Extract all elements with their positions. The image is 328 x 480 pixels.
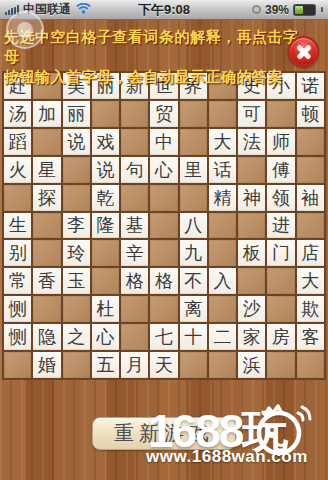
grid-cell-r2c3[interactable]: 丽 [63,101,90,127]
instruction-line-1: 先选中空白格子查看词条的解释，再点击字母 [4,27,304,67]
grid-cell-r10c11[interactable]: 客 [297,324,324,350]
grid-cell-r8c5[interactable]: 格 [121,268,148,294]
grid-cell-r2c1[interactable]: 汤 [4,101,31,127]
grid-cell-r2c11[interactable]: 顿 [297,101,324,127]
grid-cell-r6c3[interactable]: 李 [63,213,90,239]
panda-mascot-icon [252,399,312,465]
grid-cell-r4c11 [297,157,324,183]
grid-cell-r6c8 [209,213,236,239]
grid-cell-r10c10[interactable]: 房 [267,324,294,350]
grid-cell-r9c11[interactable]: 欺 [297,296,324,322]
grid-cell-r8c9 [238,268,265,294]
grid-cell-r8c1[interactable]: 常 [4,268,31,294]
grid-cell-r7c7[interactable]: 九 [180,240,207,266]
grid-cell-r9c3 [63,296,90,322]
grid-cell-r7c6 [150,240,177,266]
grid-cell-r5c11[interactable]: 袖 [297,185,324,211]
grid-cell-r8c4 [92,268,119,294]
grid-cell-r7c10[interactable]: 门 [267,240,294,266]
grid-cell-r11c11 [297,352,324,378]
status-bar: 中国联通 下午9:08 39% [0,0,328,20]
grid-cell-r11c7 [180,352,207,378]
grid-cell-r9c1[interactable]: 恻 [4,296,31,322]
grid-cell-r10c9[interactable]: 家 [238,324,265,350]
grid-cell-r10c4[interactable]: 心 [92,324,119,350]
grid-cell-r9c7[interactable]: 离 [180,296,207,322]
battery-icon [293,4,316,16]
grid-cell-r5c10[interactable]: 领 [267,185,294,211]
grid-cell-r10c1[interactable]: 恻 [4,324,31,350]
grid-cell-r2c5 [121,101,148,127]
grid-cell-r5c6 [150,185,177,211]
grid-cell-r7c3[interactable]: 玲 [63,240,90,266]
grid-cell-r4c6[interactable]: 心 [150,157,177,183]
assistive-touch-button[interactable] [6,11,44,49]
grid-cell-r4c1[interactable]: 火 [4,157,31,183]
grid-cell-r4c3 [63,157,90,183]
grid-cell-r8c10 [267,268,294,294]
grid-cell-r6c4[interactable]: 隆 [92,213,119,239]
grid-cell-r10c8[interactable]: 二 [209,324,236,350]
grid-cell-r10c5 [121,324,148,350]
grid-cell-r8c7[interactable]: 不 [180,268,207,294]
grid-cell-r10c2[interactable]: 隐 [33,324,60,350]
grid-cell-r5c2[interactable]: 探 [33,185,60,211]
grid-cell-r7c1[interactable]: 别 [4,240,31,266]
grid-cell-r8c8[interactable]: 入 [209,268,236,294]
grid-cell-r5c5 [121,185,148,211]
close-banner-button[interactable] [288,36,319,67]
grid-cell-r3c3[interactable]: 说 [63,129,90,155]
grid-cell-r7c4 [92,240,119,266]
grid-cell-r3c1[interactable]: 蹈 [4,129,31,155]
grid-cell-r7c9[interactable]: 板 [238,240,265,266]
grid-cell-r11c5[interactable]: 月 [121,352,148,378]
grid-cell-r11c3 [63,352,90,378]
grid-cell-r3c5 [121,129,148,155]
grid-cell-r4c10[interactable]: 傅 [267,157,294,183]
grid-cell-r9c4[interactable]: 杜 [92,296,119,322]
grid-cell-r8c3[interactable]: 玉 [63,268,90,294]
grid-cell-r11c8 [209,352,236,378]
grid-cell-r4c8[interactable]: 话 [209,157,236,183]
grid-cell-r5c9[interactable]: 神 [238,185,265,211]
grid-cell-r5c4[interactable]: 乾 [92,185,119,211]
crossword-board: 赴美丽新世界史小诺汤加丽贸可顿蹈说戏中大法师火星说句心里话傅探乾精神领袖生李隆基… [2,71,326,380]
grid-cell-r9c10 [267,296,294,322]
grid-cell-r11c2[interactable]: 婚 [33,352,60,378]
grid-cell-r7c2 [33,240,60,266]
grid-cell-r6c2 [33,213,60,239]
grid-cell-r7c11[interactable]: 店 [297,240,324,266]
instruction-banner: 先选中空白格子查看词条的解释，再点击字母 按钮输入首字母，会自动显示正确的答案 [4,27,304,87]
grid-cell-r5c8[interactable]: 精 [209,185,236,211]
grid-cell-r3c9[interactable]: 法 [238,129,265,155]
grid-cell-r6c7[interactable]: 八 [180,213,207,239]
grid-cell-r10c3[interactable]: 之 [63,324,90,350]
grid-cell-r3c2 [33,129,60,155]
grid-cell-r2c6[interactable]: 贸 [150,101,177,127]
grid-cell-r10c7[interactable]: 十 [180,324,207,350]
grid-cell-r3c7 [180,129,207,155]
grid-cell-r4c2[interactable]: 星 [33,157,60,183]
grid-cell-r5c1 [4,185,31,211]
grid-cell-r9c8 [209,296,236,322]
grid-cell-r11c10 [267,352,294,378]
grid-cell-r9c2 [33,296,60,322]
grid-cell-r8c6[interactable]: 格 [150,268,177,294]
grid-cell-r6c6 [150,213,177,239]
grid-cell-r6c9 [238,213,265,239]
grid-cell-r11c6[interactable]: 天 [150,352,177,378]
grid-cell-r2c7 [180,101,207,127]
grid-cell-r3c8[interactable]: 大 [209,129,236,155]
grid-cell-r2c10 [267,101,294,127]
grid-cell-r2c9[interactable]: 可 [238,101,265,127]
grid-cell-r4c4[interactable]: 说 [92,157,119,183]
grid-cell-r6c1[interactable]: 生 [4,213,31,239]
grid-cell-r11c9[interactable]: 浜 [238,352,265,378]
grid-cell-r3c6[interactable]: 中 [150,129,177,155]
grid-cell-r8c11[interactable]: 大 [297,268,324,294]
grid-cell-r3c10[interactable]: 师 [267,129,294,155]
grid-cell-r2c4 [92,101,119,127]
instruction-line-2: 按钮输入首字母，会自动显示正确的答案 [4,67,304,87]
grid-cell-r9c9[interactable]: 沙 [238,296,265,322]
grid-cell-r6c5[interactable]: 基 [121,213,148,239]
grid-cell-r5c3 [63,185,90,211]
grid-cell-r4c7[interactable]: 里 [180,157,207,183]
grid-cell-r7c8 [209,240,236,266]
clock-label: 下午9:08 [0,1,328,19]
grid-cell-r2c2[interactable]: 加 [33,101,60,127]
grid-cell-r3c4[interactable]: 戏 [92,129,119,155]
grid-cell-r6c11 [297,213,324,239]
grid-cell-r3c11 [297,129,324,155]
grid-cell-r5c7 [180,185,207,211]
grid-cell-r9c5 [121,296,148,322]
grid-cell-r2c8 [209,101,236,127]
grid-cell-r10c6[interactable]: 七 [150,324,177,350]
app-screen: 中国联通 下午9:08 39% 先选中空白格子查看词条的解释，再点击字母 按钮输… [0,0,328,480]
grid-cell-r7c5[interactable]: 辛 [121,240,148,266]
grid-cell-r4c9 [238,157,265,183]
grid-cell-r6c10[interactable]: 进 [267,213,294,239]
grid-cell-r9c6 [150,296,177,322]
grid-cell-r4c5[interactable]: 句 [121,157,148,183]
grid-cell-r8c2[interactable]: 香 [33,268,60,294]
grid-cell-r11c4[interactable]: 五 [92,352,119,378]
grid-cell-r11c1 [4,352,31,378]
